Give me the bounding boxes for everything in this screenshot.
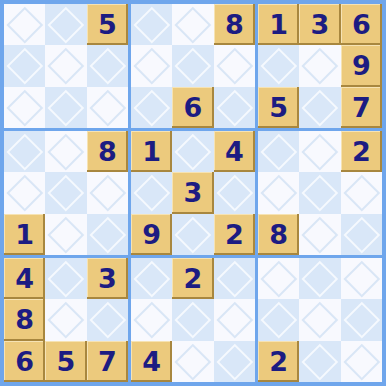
diamond-ornament-icon [134,89,170,125]
given-cell-r7c3: 3 [87,258,128,299]
given-cell-r4c4: 1 [131,131,172,172]
given-digit: 5 [57,348,76,375]
empty-cell-r8c8[interactable] [299,299,340,340]
given-cell-r9c1: 6 [4,341,45,382]
diamond-ornament-icon [134,261,170,297]
diamond-ornament-icon [302,343,338,379]
empty-cell-r7c9[interactable] [341,258,382,299]
empty-cell-r4c8[interactable] [299,131,340,172]
given-digit: 2 [269,348,288,375]
given-digit: 3 [311,11,330,38]
given-digit: 8 [269,221,288,248]
given-digit: 9 [142,221,161,248]
diamond-ornament-icon [302,261,338,297]
given-cell-r8c1: 8 [4,299,45,340]
diamond-ornament-icon [7,134,43,170]
given-cell-r2c9: 9 [341,45,382,86]
given-digit: 6 [352,11,371,38]
empty-cell-r2c6[interactable] [214,45,255,86]
empty-cell-r7c8[interactable] [299,258,340,299]
diamond-ornament-icon [261,261,297,297]
given-cell-r4c6: 4 [214,131,255,172]
empty-cell-r3c4[interactable] [131,87,172,128]
empty-cell-r2c5[interactable] [172,45,213,86]
given-digit: 5 [269,94,288,121]
given-cell-r9c7: 2 [258,341,299,382]
empty-cell-r6c2[interactable] [45,214,86,255]
diamond-ornament-icon [302,175,338,211]
empty-cell-r1c2[interactable] [45,4,86,45]
given-digit: 1 [15,221,34,248]
diamond-ornament-icon [343,216,379,252]
diamond-ornament-icon [89,175,125,211]
empty-cell-r7c7[interactable] [258,258,299,299]
diamond-ornament-icon [48,89,84,125]
empty-cell-r5c6[interactable] [214,172,255,213]
empty-cell-r8c3[interactable] [87,299,128,340]
diamond-ornament-icon [89,48,125,84]
given-digit: 4 [142,348,161,375]
given-digit: 9 [352,52,371,79]
diamond-ornament-icon [48,216,84,252]
diamond-ornament-icon [7,7,43,43]
diamond-ornament-icon [216,48,252,84]
empty-cell-r4c1[interactable] [4,131,45,172]
diamond-ornament-icon [175,48,211,84]
given-cell-r4c3: 8 [87,131,128,172]
diamond-ornament-icon [343,302,379,338]
given-cell-r6c6: 2 [214,214,255,255]
given-cell-r7c1: 4 [4,258,45,299]
given-cell-r9c2: 5 [45,341,86,382]
empty-cell-r8c7[interactable] [258,299,299,340]
empty-cell-r2c1[interactable] [4,45,45,86]
diamond-ornament-icon [302,216,338,252]
given-digit: 6 [184,94,203,121]
empty-cell-r5c2[interactable] [45,172,86,213]
given-cell-r4c9: 2 [341,131,382,172]
given-digit: 8 [225,11,244,38]
diamond-ornament-icon [302,89,338,125]
given-cell-r6c1: 1 [4,214,45,255]
empty-cell-r2c4[interactable] [131,45,172,86]
diamond-ornament-icon [134,175,170,211]
given-cell-r3c9: 7 [341,87,382,128]
empty-cell-r1c4[interactable] [131,4,172,45]
given-cell-r3c7: 5 [258,87,299,128]
diamond-ornament-icon [343,343,379,379]
diamond-ornament-icon [175,134,211,170]
given-digit: 6 [15,348,34,375]
given-digit: 2 [225,221,244,248]
diamond-ornament-icon [134,302,170,338]
empty-cell-r6c3[interactable] [87,214,128,255]
empty-cell-r3c6[interactable] [214,87,255,128]
diamond-ornament-icon [261,48,297,84]
given-digit: 2 [352,138,371,165]
empty-cell-r3c8[interactable] [299,87,340,128]
empty-cell-r9c8[interactable] [299,341,340,382]
given-digit: 3 [98,265,117,292]
given-digit: 4 [225,138,244,165]
diamond-ornament-icon [48,134,84,170]
diamond-ornament-icon [216,89,252,125]
empty-cell-r9c9[interactable] [341,341,382,382]
diamond-ornament-icon [48,261,84,297]
given-cell-r9c4: 4 [131,341,172,382]
empty-cell-r3c2[interactable] [45,87,86,128]
diamond-ornament-icon [261,134,297,170]
diamond-ornament-icon [48,175,84,211]
given-cell-r6c7: 8 [258,214,299,255]
diamond-ornament-icon [175,7,211,43]
empty-cell-r8c9[interactable] [341,299,382,340]
empty-cell-r5c8[interactable] [299,172,340,213]
given-cell-r1c6: 8 [214,4,255,45]
empty-cell-r6c5[interactable] [172,214,213,255]
empty-cell-r2c2[interactable] [45,45,86,86]
empty-cell-r6c8[interactable] [299,214,340,255]
empty-cell-r8c5[interactable] [172,299,213,340]
empty-cell-r5c9[interactable] [341,172,382,213]
given-digit: 1 [142,138,161,165]
diamond-ornament-icon [216,343,252,379]
diamond-ornament-icon [175,343,211,379]
empty-cell-r5c7[interactable] [258,172,299,213]
empty-cell-r2c8[interactable] [299,45,340,86]
sudoku-board: 581369657814231928432865742 [0,0,386,386]
given-cell-r1c7: 1 [258,4,299,45]
given-cell-r6c4: 9 [131,214,172,255]
given-digit: 7 [98,348,117,375]
diamond-ornament-icon [134,48,170,84]
diamond-ornament-icon [343,175,379,211]
empty-cell-r5c4[interactable] [131,172,172,213]
empty-cell-r8c6[interactable] [214,299,255,340]
given-digit: 8 [15,306,34,333]
diamond-ornament-icon [216,175,252,211]
diamond-ornament-icon [48,48,84,84]
diamond-ornament-icon [261,302,297,338]
given-digit: 3 [184,179,203,206]
empty-cell-r3c1[interactable] [4,87,45,128]
diamond-ornament-icon [302,134,338,170]
diamond-ornament-icon [134,7,170,43]
empty-cell-r7c6[interactable] [214,258,255,299]
empty-cell-r7c4[interactable] [131,258,172,299]
given-cell-r7c5: 2 [172,258,213,299]
diamond-ornament-icon [302,48,338,84]
empty-cell-r2c3[interactable] [87,45,128,86]
diamond-ornament-icon [89,216,125,252]
diamond-ornament-icon [7,48,43,84]
given-digit: 5 [98,11,117,38]
given-cell-r5c5: 3 [172,172,213,213]
diamond-ornament-icon [261,175,297,211]
empty-cell-r3c3[interactable] [87,87,128,128]
given-cell-r1c8: 3 [299,4,340,45]
diamond-ornament-icon [7,175,43,211]
given-cell-r3c5: 6 [172,87,213,128]
diamond-ornament-icon [343,261,379,297]
empty-cell-r4c7[interactable] [258,131,299,172]
empty-cell-r9c6[interactable] [214,341,255,382]
diamond-ornament-icon [216,302,252,338]
empty-cell-r1c5[interactable] [172,4,213,45]
given-cell-r1c3: 5 [87,4,128,45]
empty-cell-r7c2[interactable] [45,258,86,299]
given-digit: 2 [184,265,203,292]
empty-cell-r6c9[interactable] [341,214,382,255]
given-digit: 7 [352,94,371,121]
given-cell-r9c3: 7 [87,341,128,382]
diamond-ornament-icon [302,302,338,338]
given-digit: 4 [15,265,34,292]
diamond-ornament-icon [175,216,211,252]
empty-cell-r8c4[interactable] [131,299,172,340]
given-digit: 8 [98,138,117,165]
empty-cell-r9c5[interactable] [172,341,213,382]
diamond-ornament-icon [48,302,84,338]
empty-cell-r8c2[interactable] [45,299,86,340]
diamond-ornament-icon [48,7,84,43]
empty-cell-r2c7[interactable] [258,45,299,86]
empty-cell-r5c3[interactable] [87,172,128,213]
diamond-ornament-icon [216,261,252,297]
diamond-ornament-icon [89,302,125,338]
given-cell-r1c9: 6 [341,4,382,45]
empty-cell-r4c2[interactable] [45,131,86,172]
empty-cell-r1c1[interactable] [4,4,45,45]
empty-cell-r4c5[interactable] [172,131,213,172]
empty-cell-r5c1[interactable] [4,172,45,213]
diamond-ornament-icon [175,302,211,338]
diamond-ornament-icon [89,89,125,125]
given-digit: 1 [269,11,288,38]
diamond-ornament-icon [7,89,43,125]
